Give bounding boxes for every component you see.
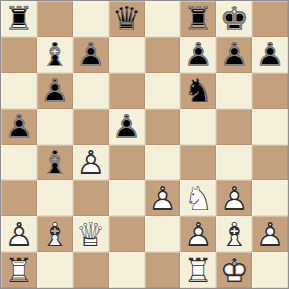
square-f1[interactable]: ♜♖	[180, 252, 216, 288]
square-a4[interactable]	[1, 145, 37, 181]
square-a5[interactable]: ♟♙	[1, 109, 37, 145]
black-pawn-icon: ♟♙	[1, 109, 37, 145]
black-pawn-icon: ♟♙	[216, 37, 252, 73]
piece-outline-glyph: ♙	[180, 216, 216, 252]
square-f8[interactable]: ♜♖	[180, 1, 216, 37]
piece-outline-glyph: ♙	[37, 73, 73, 109]
piece-outline-glyph: ♖	[1, 1, 37, 37]
piece-outline-glyph: ♗	[216, 216, 252, 252]
piece-outline-glyph: ♗	[37, 37, 73, 73]
square-d5[interactable]: ♟♙	[109, 109, 145, 145]
square-c6[interactable]	[73, 73, 109, 109]
square-h7[interactable]: ♟♙	[252, 37, 288, 73]
square-f3[interactable]: ♞♘	[180, 180, 216, 216]
white-pawn-icon: ♟♙	[216, 180, 252, 216]
piece-outline-glyph: ♔	[216, 252, 252, 288]
square-d2[interactable]	[109, 216, 145, 252]
white-pawn-icon: ♟♙	[252, 216, 288, 252]
square-h1[interactable]	[252, 252, 288, 288]
piece-outline-glyph: ♘	[180, 180, 216, 216]
square-c1[interactable]	[73, 252, 109, 288]
square-f6[interactable]: ♞♘	[180, 73, 216, 109]
black-pawn-icon: ♟♙	[109, 109, 145, 145]
square-f2[interactable]: ♟♙	[180, 216, 216, 252]
square-g5[interactable]	[216, 109, 252, 145]
square-h6[interactable]	[252, 73, 288, 109]
square-h5[interactable]	[252, 109, 288, 145]
square-d6[interactable]	[109, 73, 145, 109]
square-e4[interactable]	[145, 145, 181, 181]
square-b8[interactable]	[37, 1, 73, 37]
piece-outline-glyph: ♙	[1, 109, 37, 145]
square-c7[interactable]: ♟♙	[73, 37, 109, 73]
piece-outline-glyph: ♙	[109, 109, 145, 145]
square-a6[interactable]	[1, 73, 37, 109]
piece-outline-glyph: ♔	[216, 1, 252, 37]
square-d3[interactable]	[109, 180, 145, 216]
white-king-icon: ♚♔	[216, 252, 252, 288]
square-b7[interactable]: ♝♗	[37, 37, 73, 73]
square-a2[interactable]: ♟♙	[1, 216, 37, 252]
square-c2[interactable]: ♛♕	[73, 216, 109, 252]
square-e2[interactable]	[145, 216, 181, 252]
black-rook-icon: ♜♖	[180, 1, 216, 37]
square-b5[interactable]	[37, 109, 73, 145]
square-h2[interactable]: ♟♙	[252, 216, 288, 252]
white-pawn-icon: ♟♙	[145, 180, 181, 216]
square-b1[interactable]	[37, 252, 73, 288]
chess-board: ♜♖♛♕♜♖♚♔♝♗♟♙♟♙♟♙♟♙♟♙♞♘♟♙♟♙♝♗♟♙♟♙♞♘♟♙♟♙♝♗…	[0, 0, 289, 289]
square-a8[interactable]: ♜♖	[1, 1, 37, 37]
white-rook-icon: ♜♖	[1, 252, 37, 288]
square-h8[interactable]	[252, 1, 288, 37]
piece-outline-glyph: ♙	[216, 180, 252, 216]
piece-outline-glyph: ♙	[216, 37, 252, 73]
piece-outline-glyph: ♙	[73, 145, 109, 181]
black-king-icon: ♚♔	[216, 1, 252, 37]
square-g8[interactable]: ♚♔	[216, 1, 252, 37]
square-h3[interactable]	[252, 180, 288, 216]
square-g6[interactable]	[216, 73, 252, 109]
square-e1[interactable]	[145, 252, 181, 288]
piece-outline-glyph: ♗	[37, 216, 73, 252]
square-c5[interactable]	[73, 109, 109, 145]
square-g2[interactable]: ♝♗	[216, 216, 252, 252]
piece-outline-glyph: ♕	[109, 1, 145, 37]
black-pawn-icon: ♟♙	[73, 37, 109, 73]
piece-outline-glyph: ♕	[73, 216, 109, 252]
square-a3[interactable]	[1, 180, 37, 216]
square-c8[interactable]	[73, 1, 109, 37]
square-e7[interactable]	[145, 37, 181, 73]
square-d8[interactable]: ♛♕	[109, 1, 145, 37]
piece-outline-glyph: ♙	[145, 180, 181, 216]
square-d4[interactable]	[109, 145, 145, 181]
piece-outline-glyph: ♖	[180, 1, 216, 37]
black-pawn-icon: ♟♙	[180, 37, 216, 73]
square-g4[interactable]	[216, 145, 252, 181]
black-bishop-icon: ♝♗	[37, 37, 73, 73]
square-e6[interactable]	[145, 73, 181, 109]
square-f5[interactable]	[180, 109, 216, 145]
black-bishop-icon: ♝♗	[37, 145, 73, 181]
square-b6[interactable]: ♟♙	[37, 73, 73, 109]
piece-outline-glyph: ♙	[180, 37, 216, 73]
square-g1[interactable]: ♚♔	[216, 252, 252, 288]
black-rook-icon: ♜♖	[1, 1, 37, 37]
square-a1[interactable]: ♜♖	[1, 252, 37, 288]
piece-outline-glyph: ♗	[37, 145, 73, 181]
white-bishop-icon: ♝♗	[37, 216, 73, 252]
square-a7[interactable]	[1, 37, 37, 73]
white-pawn-icon: ♟♙	[180, 216, 216, 252]
square-e3[interactable]: ♟♙	[145, 180, 181, 216]
square-e5[interactable]	[145, 109, 181, 145]
square-d1[interactable]	[109, 252, 145, 288]
piece-outline-glyph: ♙	[252, 37, 288, 73]
square-f4[interactable]	[180, 145, 216, 181]
piece-outline-glyph: ♘	[180, 73, 216, 109]
square-b3[interactable]	[37, 180, 73, 216]
white-pawn-icon: ♟♙	[1, 216, 37, 252]
white-knight-icon: ♞♘	[180, 180, 216, 216]
black-pawn-icon: ♟♙	[252, 37, 288, 73]
white-queen-icon: ♛♕	[73, 216, 109, 252]
white-bishop-icon: ♝♗	[216, 216, 252, 252]
black-queen-icon: ♛♕	[109, 1, 145, 37]
piece-outline-glyph: ♙	[252, 216, 288, 252]
square-h4[interactable]	[252, 145, 288, 181]
square-d7[interactable]	[109, 37, 145, 73]
piece-outline-glyph: ♖	[180, 252, 216, 288]
black-pawn-icon: ♟♙	[37, 73, 73, 109]
black-knight-icon: ♞♘	[180, 73, 216, 109]
square-f7[interactable]: ♟♙	[180, 37, 216, 73]
square-g3[interactable]: ♟♙	[216, 180, 252, 216]
square-b4[interactable]: ♝♗	[37, 145, 73, 181]
white-rook-icon: ♜♖	[180, 252, 216, 288]
square-c4[interactable]: ♟♙	[73, 145, 109, 181]
square-c3[interactable]	[73, 180, 109, 216]
square-e8[interactable]	[145, 1, 181, 37]
piece-outline-glyph: ♖	[1, 252, 37, 288]
piece-outline-glyph: ♙	[73, 37, 109, 73]
white-pawn-icon: ♟♙	[73, 145, 109, 181]
square-g7[interactable]: ♟♙	[216, 37, 252, 73]
square-b2[interactable]: ♝♗	[37, 216, 73, 252]
piece-outline-glyph: ♙	[1, 216, 37, 252]
